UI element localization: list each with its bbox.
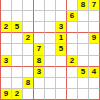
cell-r6c1[interactable] — [12, 67, 23, 78]
cell-r5c7[interactable] — [78, 56, 89, 67]
cell-r5c4[interactable] — [45, 56, 56, 67]
cell-r1c0[interactable] — [1, 11, 12, 22]
cell-r0c0[interactable] — [1, 0, 12, 11]
cell-r7c5[interactable] — [56, 78, 67, 89]
cell-r2c6[interactable] — [67, 22, 78, 33]
cell-r1c7[interactable] — [78, 11, 89, 22]
cell-r2c3[interactable] — [34, 22, 45, 33]
cell-r6c0[interactable] — [1, 67, 12, 78]
cell-r0c7[interactable]: 8 — [78, 0, 89, 11]
cell-r6c5[interactable] — [56, 67, 67, 78]
cell-r8c6[interactable] — [67, 89, 78, 100]
cell-r1c6[interactable]: 6 — [67, 11, 78, 22]
cell-r4c4[interactable] — [45, 44, 56, 55]
cell-r7c3[interactable] — [34, 78, 45, 89]
cell-r7c4[interactable] — [45, 78, 56, 89]
cell-r3c7[interactable] — [78, 33, 89, 44]
cell-r0c5[interactable] — [56, 0, 67, 11]
cell-r8c3[interactable] — [34, 89, 45, 100]
cell-r7c1[interactable] — [12, 78, 23, 89]
cell-r5c2[interactable] — [23, 56, 34, 67]
cell-r0c3[interactable] — [34, 0, 45, 11]
cell-r6c8[interactable]: 4 — [89, 67, 100, 78]
cell-r2c5[interactable]: 3 — [56, 22, 67, 33]
cell-r5c8[interactable] — [89, 56, 100, 67]
cell-r3c3[interactable] — [34, 33, 45, 44]
cell-r3c8[interactable]: 9 — [89, 33, 100, 44]
cell-r1c5[interactable] — [56, 11, 67, 22]
cell-r8c0[interactable]: 9 — [1, 89, 12, 100]
cell-r3c4[interactable] — [45, 33, 56, 44]
cell-r8c7[interactable] — [78, 89, 89, 100]
cell-r1c4[interactable] — [45, 11, 56, 22]
cell-r3c6[interactable] — [67, 33, 78, 44]
cell-r6c4[interactable] — [45, 67, 56, 78]
cell-r5c6[interactable]: 2 — [67, 56, 78, 67]
cell-r0c1[interactable] — [12, 0, 23, 11]
cell-r4c0[interactable] — [1, 44, 12, 55]
cell-r7c6[interactable] — [67, 78, 78, 89]
cell-r1c8[interactable] — [89, 11, 100, 22]
cell-r0c6[interactable] — [67, 0, 78, 11]
cell-r4c6[interactable] — [67, 44, 78, 55]
cell-r6c6[interactable] — [67, 67, 78, 78]
cell-r1c1[interactable] — [12, 11, 23, 22]
cell-r5c5[interactable] — [56, 56, 67, 67]
cell-r8c1[interactable]: 2 — [12, 89, 23, 100]
cell-r7c0[interactable] — [1, 78, 12, 89]
cell-r2c4[interactable] — [45, 22, 56, 33]
cell-r5c0[interactable]: 3 — [1, 56, 12, 67]
cell-r2c1[interactable]: 5 — [12, 22, 23, 33]
cell-r0c2[interactable] — [23, 0, 34, 11]
cell-r2c8[interactable] — [89, 22, 100, 33]
cell-r7c8[interactable] — [89, 78, 100, 89]
cell-r8c4[interactable] — [45, 89, 56, 100]
cell-r6c2[interactable] — [23, 67, 34, 78]
cell-r2c0[interactable]: 2 — [1, 22, 12, 33]
cell-r0c4[interactable] — [45, 0, 56, 11]
cell-r5c1[interactable] — [12, 56, 23, 67]
cell-r4c5[interactable]: 5 — [56, 44, 67, 55]
cell-r7c2[interactable]: 8 — [23, 78, 34, 89]
cell-r2c2[interactable] — [23, 22, 34, 33]
sudoku-board: 87625321975382354892 — [0, 0, 100, 100]
cell-r3c0[interactable] — [1, 33, 12, 44]
cell-r5c3[interactable]: 8 — [34, 56, 45, 67]
cell-r4c2[interactable] — [23, 44, 34, 55]
cell-r3c1[interactable] — [12, 33, 23, 44]
cell-r0c8[interactable]: 7 — [89, 0, 100, 11]
cell-r1c2[interactable] — [23, 11, 34, 22]
cell-r8c2[interactable] — [23, 89, 34, 100]
cell-r4c7[interactable] — [78, 44, 89, 55]
cell-r3c5[interactable]: 1 — [56, 33, 67, 44]
cell-r8c8[interactable] — [89, 89, 100, 100]
cell-r8c5[interactable] — [56, 89, 67, 100]
cell-r4c3[interactable]: 7 — [34, 44, 45, 55]
cell-r6c7[interactable]: 5 — [78, 67, 89, 78]
cell-r4c1[interactable] — [12, 44, 23, 55]
cell-r4c8[interactable] — [89, 44, 100, 55]
cell-r1c3[interactable] — [34, 11, 45, 22]
cell-r2c7[interactable] — [78, 22, 89, 33]
cell-r6c3[interactable]: 3 — [34, 67, 45, 78]
cell-r3c2[interactable]: 2 — [23, 33, 34, 44]
cell-r7c7[interactable] — [78, 78, 89, 89]
